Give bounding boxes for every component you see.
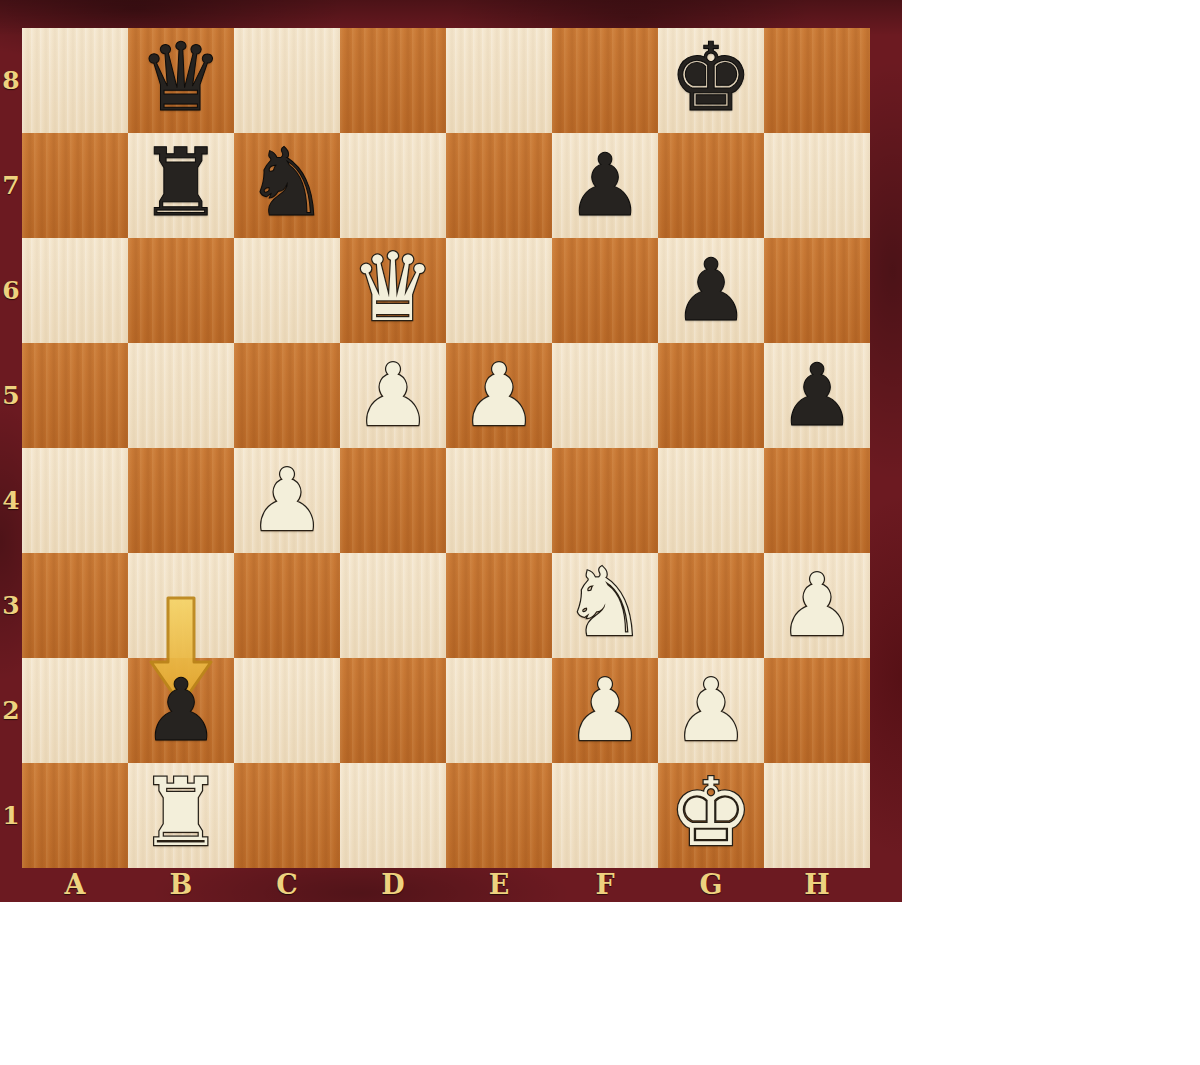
square-d1[interactable] bbox=[340, 763, 446, 868]
white-king[interactable]: ♚ bbox=[669, 766, 753, 860]
square-e7[interactable] bbox=[446, 133, 552, 238]
square-f6[interactable] bbox=[552, 238, 658, 343]
square-h5[interactable]: ♟ bbox=[764, 343, 870, 448]
square-b8[interactable]: ♛ bbox=[128, 28, 234, 133]
square-c7[interactable]: ♞ bbox=[234, 133, 340, 238]
file-label-b: B bbox=[128, 868, 234, 900]
square-e2[interactable] bbox=[446, 658, 552, 763]
square-d7[interactable] bbox=[340, 133, 446, 238]
square-g6[interactable]: ♟ bbox=[658, 238, 764, 343]
rank-label-1: 1 bbox=[0, 763, 22, 868]
file-label-g: G bbox=[658, 868, 764, 900]
square-a1[interactable] bbox=[22, 763, 128, 868]
square-b2[interactable]: ♟ bbox=[128, 658, 234, 763]
square-h4[interactable] bbox=[764, 448, 870, 553]
rank-label-3: 3 bbox=[0, 553, 22, 658]
square-e6[interactable] bbox=[446, 238, 552, 343]
square-g1[interactable]: ♚ bbox=[658, 763, 764, 868]
square-f1[interactable] bbox=[552, 763, 658, 868]
white-pawn[interactable]: ♟ bbox=[672, 667, 749, 753]
square-h7[interactable] bbox=[764, 133, 870, 238]
square-b1[interactable]: ♜ bbox=[128, 763, 234, 868]
white-pawn[interactable]: ♟ bbox=[460, 352, 537, 438]
square-a8[interactable] bbox=[22, 28, 128, 133]
square-h3[interactable]: ♟ bbox=[764, 553, 870, 658]
square-f7[interactable]: ♟ bbox=[552, 133, 658, 238]
black-king[interactable]: ♚ bbox=[669, 31, 753, 125]
square-b4[interactable] bbox=[128, 448, 234, 553]
square-b6[interactable] bbox=[128, 238, 234, 343]
square-f4[interactable] bbox=[552, 448, 658, 553]
black-pawn[interactable]: ♟ bbox=[778, 352, 855, 438]
square-h8[interactable] bbox=[764, 28, 870, 133]
white-pawn[interactable]: ♟ bbox=[778, 562, 855, 648]
rank-label-8: 8 bbox=[0, 28, 22, 133]
white-pawn[interactable]: ♟ bbox=[248, 457, 325, 543]
square-d5[interactable]: ♟ bbox=[340, 343, 446, 448]
square-e8[interactable] bbox=[446, 28, 552, 133]
square-f5[interactable] bbox=[552, 343, 658, 448]
rank-label-2: 2 bbox=[0, 658, 22, 763]
white-rook[interactable]: ♜ bbox=[139, 766, 223, 860]
black-rook[interactable]: ♜ bbox=[139, 136, 223, 230]
square-c2[interactable] bbox=[234, 658, 340, 763]
square-f2[interactable]: ♟ bbox=[552, 658, 658, 763]
square-c6[interactable] bbox=[234, 238, 340, 343]
square-d2[interactable] bbox=[340, 658, 446, 763]
square-d4[interactable] bbox=[340, 448, 446, 553]
square-c4[interactable]: ♟ bbox=[234, 448, 340, 553]
black-pawn[interactable]: ♟ bbox=[566, 142, 643, 228]
square-h6[interactable] bbox=[764, 238, 870, 343]
square-e5[interactable]: ♟ bbox=[446, 343, 552, 448]
black-pawn[interactable]: ♟ bbox=[142, 667, 219, 753]
rank-labels: 87654321 bbox=[0, 28, 22, 868]
file-label-f: F bbox=[552, 868, 658, 900]
square-b3[interactable] bbox=[128, 553, 234, 658]
square-a2[interactable] bbox=[22, 658, 128, 763]
square-c5[interactable] bbox=[234, 343, 340, 448]
square-d8[interactable] bbox=[340, 28, 446, 133]
square-c3[interactable] bbox=[234, 553, 340, 658]
file-label-c: C bbox=[234, 868, 340, 900]
square-e1[interactable] bbox=[446, 763, 552, 868]
square-g7[interactable] bbox=[658, 133, 764, 238]
square-g2[interactable]: ♟ bbox=[658, 658, 764, 763]
black-knight[interactable]: ♞ bbox=[245, 136, 329, 230]
square-e3[interactable] bbox=[446, 553, 552, 658]
square-f8[interactable] bbox=[552, 28, 658, 133]
square-h1[interactable] bbox=[764, 763, 870, 868]
square-g3[interactable] bbox=[658, 553, 764, 658]
black-pawn[interactable]: ♟ bbox=[672, 247, 749, 333]
white-pawn[interactable]: ♟ bbox=[566, 667, 643, 753]
file-label-h: H bbox=[764, 868, 870, 900]
white-knight[interactable]: ♞ bbox=[563, 556, 647, 650]
square-h2[interactable] bbox=[764, 658, 870, 763]
square-a5[interactable] bbox=[22, 343, 128, 448]
square-a7[interactable] bbox=[22, 133, 128, 238]
square-c1[interactable] bbox=[234, 763, 340, 868]
square-d6[interactable]: ♛ bbox=[340, 238, 446, 343]
square-c8[interactable] bbox=[234, 28, 340, 133]
white-pawn[interactable]: ♟ bbox=[354, 352, 431, 438]
rank-label-5: 5 bbox=[0, 343, 22, 448]
rank-label-4: 4 bbox=[0, 448, 22, 553]
file-label-a: A bbox=[22, 868, 128, 900]
square-a6[interactable] bbox=[22, 238, 128, 343]
square-b7[interactable]: ♜ bbox=[128, 133, 234, 238]
page: 87654321 ♛♚♜♞♟♛♟♟♟♟♟♞♟♟♟♟♜♚ ABCDEFGH bbox=[0, 0, 1200, 1065]
board-grid: ♛♚♜♞♟♛♟♟♟♟♟♞♟♟♟♟♜♚ bbox=[22, 28, 870, 868]
chess-board: 87654321 ♛♚♜♞♟♛♟♟♟♟♟♞♟♟♟♟♜♚ ABCDEFGH bbox=[0, 0, 902, 902]
square-g5[interactable] bbox=[658, 343, 764, 448]
square-g4[interactable] bbox=[658, 448, 764, 553]
square-e4[interactable] bbox=[446, 448, 552, 553]
square-d3[interactable] bbox=[340, 553, 446, 658]
file-label-d: D bbox=[340, 868, 446, 900]
square-b5[interactable] bbox=[128, 343, 234, 448]
file-label-e: E bbox=[446, 868, 552, 900]
rank-label-6: 6 bbox=[0, 238, 22, 343]
square-g8[interactable]: ♚ bbox=[658, 28, 764, 133]
white-queen[interactable]: ♛ bbox=[351, 241, 435, 335]
file-labels: ABCDEFGH bbox=[22, 868, 870, 900]
square-f3[interactable]: ♞ bbox=[552, 553, 658, 658]
square-a3[interactable] bbox=[22, 553, 128, 658]
black-queen[interactable]: ♛ bbox=[139, 31, 223, 125]
rank-label-7: 7 bbox=[0, 133, 22, 238]
square-a4[interactable] bbox=[22, 448, 128, 553]
